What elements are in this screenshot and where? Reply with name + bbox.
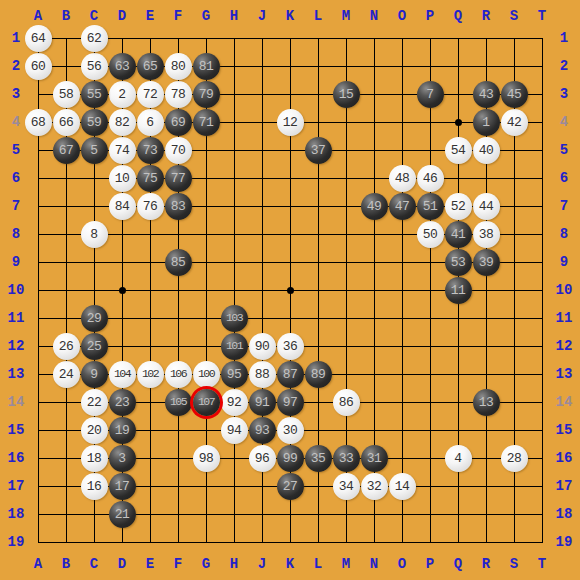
row-label-right-4: 4 xyxy=(550,113,578,131)
col-label-top-N: N xyxy=(360,7,388,25)
row-label-right-10: 10 xyxy=(550,281,578,299)
row-label-left-16: 16 xyxy=(2,449,30,467)
row-label-left-18: 18 xyxy=(2,505,30,523)
row-label-right-17: 17 xyxy=(550,477,578,495)
col-label-bottom-D: D xyxy=(108,555,136,573)
stone-black-E2-move-65[interactable]: 65 xyxy=(137,53,164,80)
col-label-top-R: R xyxy=(472,7,500,25)
stone-black-F7-move-83[interactable]: 83 xyxy=(165,193,192,220)
stone-black-M3-move-15[interactable]: 15 xyxy=(333,81,360,108)
col-label-top-A: A xyxy=(24,7,52,25)
row-label-left-10: 10 xyxy=(2,281,30,299)
col-label-bottom-E: E xyxy=(136,555,164,573)
row-label-right-2: 2 xyxy=(550,57,578,75)
stone-black-F6-move-77[interactable]: 77 xyxy=(165,165,192,192)
stone-white-A1-move-64[interactable]: 64 xyxy=(25,25,52,52)
row-label-left-6: 6 xyxy=(2,169,30,187)
col-label-top-L: L xyxy=(304,7,332,25)
stone-black-C4-move-59[interactable]: 59 xyxy=(81,109,108,136)
col-label-bottom-C: C xyxy=(80,555,108,573)
row-label-right-13: 13 xyxy=(550,365,578,383)
row-label-right-7: 7 xyxy=(550,197,578,215)
stone-white-C17-move-16[interactable]: 16 xyxy=(81,473,108,500)
stone-black-C13-move-9[interactable]: 9 xyxy=(81,361,108,388)
stone-white-J16-move-96[interactable]: 96 xyxy=(249,445,276,472)
stone-black-D17-move-17[interactable]: 17 xyxy=(109,473,136,500)
stone-white-F13-move-106[interactable]: 106 xyxy=(165,361,192,388)
row-label-right-19: 19 xyxy=(550,533,578,551)
col-label-bottom-P: P xyxy=(416,555,444,573)
row-label-right-6: 6 xyxy=(550,169,578,187)
col-label-bottom-T: T xyxy=(528,555,556,573)
stone-black-F14-move-105[interactable]: 105 xyxy=(165,389,192,416)
row-label-right-11: 11 xyxy=(550,309,578,327)
stone-white-S4-move-42[interactable]: 42 xyxy=(501,109,528,136)
col-label-bottom-B: B xyxy=(52,555,80,573)
stone-white-B4-move-66[interactable]: 66 xyxy=(53,109,80,136)
star-point-K10 xyxy=(287,287,294,294)
col-label-bottom-Q: Q xyxy=(444,555,472,573)
stone-white-O17-move-14[interactable]: 14 xyxy=(389,473,416,500)
stone-black-L5-move-37[interactable]: 37 xyxy=(305,137,332,164)
stone-white-D7-move-84[interactable]: 84 xyxy=(109,193,136,220)
stone-black-D2-move-63[interactable]: 63 xyxy=(109,53,136,80)
row-label-right-16: 16 xyxy=(550,449,578,467)
stone-white-S16-move-28[interactable]: 28 xyxy=(501,445,528,472)
col-label-bottom-R: R xyxy=(472,555,500,573)
stone-white-G13-move-100[interactable]: 100 xyxy=(193,361,220,388)
stone-white-C8-move-8[interactable]: 8 xyxy=(81,221,108,248)
stone-white-B3-move-58[interactable]: 58 xyxy=(53,81,80,108)
col-label-bottom-G: G xyxy=(192,555,220,573)
stone-black-P3-move-7[interactable]: 7 xyxy=(417,81,444,108)
stone-white-F5-move-70[interactable]: 70 xyxy=(165,137,192,164)
col-label-bottom-L: L xyxy=(304,555,332,573)
stone-white-A4-move-68[interactable]: 68 xyxy=(25,109,52,136)
col-label-bottom-S: S xyxy=(500,555,528,573)
row-label-left-5: 5 xyxy=(2,141,30,159)
row-label-left-9: 9 xyxy=(2,253,30,271)
stone-white-E7-move-76[interactable]: 76 xyxy=(137,193,164,220)
col-label-top-Q: Q xyxy=(444,7,472,25)
stone-black-B5-move-67[interactable]: 67 xyxy=(53,137,80,164)
col-label-top-B: B xyxy=(52,7,80,25)
stone-white-O6-move-48[interactable]: 48 xyxy=(389,165,416,192)
stone-black-P7-move-51[interactable]: 51 xyxy=(417,193,444,220)
stone-white-E3-move-72[interactable]: 72 xyxy=(137,81,164,108)
stone-white-R8-move-38[interactable]: 38 xyxy=(473,221,500,248)
row-label-left-8: 8 xyxy=(2,225,30,243)
row-label-right-12: 12 xyxy=(550,337,578,355)
col-label-top-J: J xyxy=(248,7,276,25)
stone-white-Q5-move-54[interactable]: 54 xyxy=(445,137,472,164)
stone-black-R3-move-43[interactable]: 43 xyxy=(473,81,500,108)
stone-white-J13-move-88[interactable]: 88 xyxy=(249,361,276,388)
stone-black-E6-move-75[interactable]: 75 xyxy=(137,165,164,192)
col-label-bottom-M: M xyxy=(332,555,360,573)
stone-black-G2-move-81[interactable]: 81 xyxy=(193,53,220,80)
stone-white-F3-move-78[interactable]: 78 xyxy=(165,81,192,108)
stone-white-C15-move-20[interactable]: 20 xyxy=(81,417,108,444)
stone-black-N16-move-31[interactable]: 31 xyxy=(361,445,388,472)
row-label-left-17: 17 xyxy=(2,477,30,495)
go-board: AABBCCDDEEFFGGHHJJKKLLMMNNOOPPQQRRSSTT11… xyxy=(0,0,580,580)
row-label-left-7: 7 xyxy=(2,197,30,215)
col-label-top-M: M xyxy=(332,7,360,25)
stone-black-G4-move-71[interactable]: 71 xyxy=(193,109,220,136)
stone-black-F4-move-69[interactable]: 69 xyxy=(165,109,192,136)
col-label-top-D: D xyxy=(108,7,136,25)
stone-black-K16-move-99[interactable]: 99 xyxy=(277,445,304,472)
col-label-top-P: P xyxy=(416,7,444,25)
col-label-bottom-J: J xyxy=(248,555,276,573)
stone-black-D14-move-23[interactable]: 23 xyxy=(109,389,136,416)
stone-black-H11-move-103[interactable]: 103 xyxy=(221,305,248,332)
stone-black-J15-move-93[interactable]: 93 xyxy=(249,417,276,444)
stone-black-O7-move-47[interactable]: 47 xyxy=(389,193,416,220)
stone-black-F9-move-85[interactable]: 85 xyxy=(165,249,192,276)
stone-black-S3-move-45[interactable]: 45 xyxy=(501,81,528,108)
stone-black-R9-move-39[interactable]: 39 xyxy=(473,249,500,276)
stone-white-H14-move-92[interactable]: 92 xyxy=(221,389,248,416)
row-label-left-15: 15 xyxy=(2,421,30,439)
stone-black-D18-move-21[interactable]: 21 xyxy=(109,501,136,528)
stone-white-Q16-move-4[interactable]: 4 xyxy=(445,445,472,472)
stone-black-K14-move-97[interactable]: 97 xyxy=(277,389,304,416)
row-label-right-15: 15 xyxy=(550,421,578,439)
stone-white-F2-move-80[interactable]: 80 xyxy=(165,53,192,80)
stone-black-R14-move-13[interactable]: 13 xyxy=(473,389,500,416)
stone-black-K17-move-27[interactable]: 27 xyxy=(277,473,304,500)
row-label-right-8: 8 xyxy=(550,225,578,243)
stone-white-A2-move-60[interactable]: 60 xyxy=(25,53,52,80)
stone-white-E13-move-102[interactable]: 102 xyxy=(137,361,164,388)
stone-white-R7-move-44[interactable]: 44 xyxy=(473,193,500,220)
col-label-bottom-N: N xyxy=(360,555,388,573)
stone-white-Q7-move-52[interactable]: 52 xyxy=(445,193,472,220)
row-label-left-14: 14 xyxy=(2,393,30,411)
stone-white-H15-move-94[interactable]: 94 xyxy=(221,417,248,444)
stone-white-R5-move-40[interactable]: 40 xyxy=(473,137,500,164)
stone-black-J14-move-91[interactable]: 91 xyxy=(249,389,276,416)
row-label-right-14: 14 xyxy=(550,393,578,411)
stone-white-B12-move-26[interactable]: 26 xyxy=(53,333,80,360)
row-label-right-1: 1 xyxy=(550,29,578,47)
row-label-left-19: 19 xyxy=(2,533,30,551)
stone-black-C5-move-5[interactable]: 5 xyxy=(81,137,108,164)
star-point-D10 xyxy=(119,287,126,294)
stone-black-R4-move-1[interactable]: 1 xyxy=(473,109,500,136)
col-label-top-T: T xyxy=(528,7,556,25)
stone-black-H13-move-95[interactable]: 95 xyxy=(221,361,248,388)
stone-white-C2-move-56[interactable]: 56 xyxy=(81,53,108,80)
stone-black-G3-move-79[interactable]: 79 xyxy=(193,81,220,108)
stone-black-N7-move-49[interactable]: 49 xyxy=(361,193,388,220)
col-label-bottom-H: H xyxy=(220,555,248,573)
row-label-left-11: 11 xyxy=(2,309,30,327)
row-label-right-18: 18 xyxy=(550,505,578,523)
stone-black-K13-move-87[interactable]: 87 xyxy=(277,361,304,388)
stone-black-Q9-move-53[interactable]: 53 xyxy=(445,249,472,276)
stone-black-L13-move-89[interactable]: 89 xyxy=(305,361,332,388)
col-label-bottom-A: A xyxy=(24,555,52,573)
stone-white-D3-move-2[interactable]: 2 xyxy=(109,81,136,108)
stone-white-C14-move-22[interactable]: 22 xyxy=(81,389,108,416)
stone-black-H12-move-101[interactable]: 101 xyxy=(221,333,248,360)
stone-white-M14-move-86[interactable]: 86 xyxy=(333,389,360,416)
col-label-bottom-F: F xyxy=(164,555,192,573)
stone-black-Q8-move-41[interactable]: 41 xyxy=(445,221,472,248)
star-point-Q4 xyxy=(455,119,462,126)
col-label-top-H: H xyxy=(220,7,248,25)
col-label-top-G: G xyxy=(192,7,220,25)
col-label-top-S: S xyxy=(500,7,528,25)
stone-white-M17-move-34[interactable]: 34 xyxy=(333,473,360,500)
col-label-bottom-K: K xyxy=(276,555,304,573)
row-label-right-3: 3 xyxy=(550,85,578,103)
col-label-top-C: C xyxy=(80,7,108,25)
stone-black-L16-move-35[interactable]: 35 xyxy=(305,445,332,472)
stone-black-M16-move-33[interactable]: 33 xyxy=(333,445,360,472)
col-label-top-E: E xyxy=(136,7,164,25)
row-label-left-3: 3 xyxy=(2,85,30,103)
row-label-right-9: 9 xyxy=(550,253,578,271)
row-label-right-5: 5 xyxy=(550,141,578,159)
col-label-top-K: K xyxy=(276,7,304,25)
col-label-bottom-O: O xyxy=(388,555,416,573)
stone-white-B13-move-24[interactable]: 24 xyxy=(53,361,80,388)
stone-black-C11-move-29[interactable]: 29 xyxy=(81,305,108,332)
stone-white-P6-move-46[interactable]: 46 xyxy=(417,165,444,192)
stone-black-C3-move-55[interactable]: 55 xyxy=(81,81,108,108)
stone-white-D5-move-74[interactable]: 74 xyxy=(109,137,136,164)
stone-black-G14-move-107[interactable]: 107 xyxy=(193,389,220,416)
stone-white-D4-move-82[interactable]: 82 xyxy=(109,109,136,136)
stone-black-E5-move-73[interactable]: 73 xyxy=(137,137,164,164)
row-label-left-13: 13 xyxy=(2,365,30,383)
stone-white-K4-move-12[interactable]: 12 xyxy=(277,109,304,136)
stone-white-N17-move-32[interactable]: 32 xyxy=(361,473,388,500)
stone-white-P8-move-50[interactable]: 50 xyxy=(417,221,444,248)
col-label-top-O: O xyxy=(388,7,416,25)
stone-white-C16-move-18[interactable]: 18 xyxy=(81,445,108,472)
stone-black-Q10-move-11[interactable]: 11 xyxy=(445,277,472,304)
stone-white-D6-move-10[interactable]: 10 xyxy=(109,165,136,192)
stone-white-C1-move-62[interactable]: 62 xyxy=(81,25,108,52)
row-label-left-12: 12 xyxy=(2,337,30,355)
stone-white-K15-move-30[interactable]: 30 xyxy=(277,417,304,444)
stone-white-E4-move-6[interactable]: 6 xyxy=(137,109,164,136)
stone-black-D16-move-3[interactable]: 3 xyxy=(109,445,136,472)
stone-white-J12-move-90[interactable]: 90 xyxy=(249,333,276,360)
stone-white-K12-move-36[interactable]: 36 xyxy=(277,333,304,360)
stone-black-C12-move-25[interactable]: 25 xyxy=(81,333,108,360)
stone-white-G16-move-98[interactable]: 98 xyxy=(193,445,220,472)
col-label-top-F: F xyxy=(164,7,192,25)
stone-black-D15-move-19[interactable]: 19 xyxy=(109,417,136,444)
stone-white-D13-move-104[interactable]: 104 xyxy=(109,361,136,388)
